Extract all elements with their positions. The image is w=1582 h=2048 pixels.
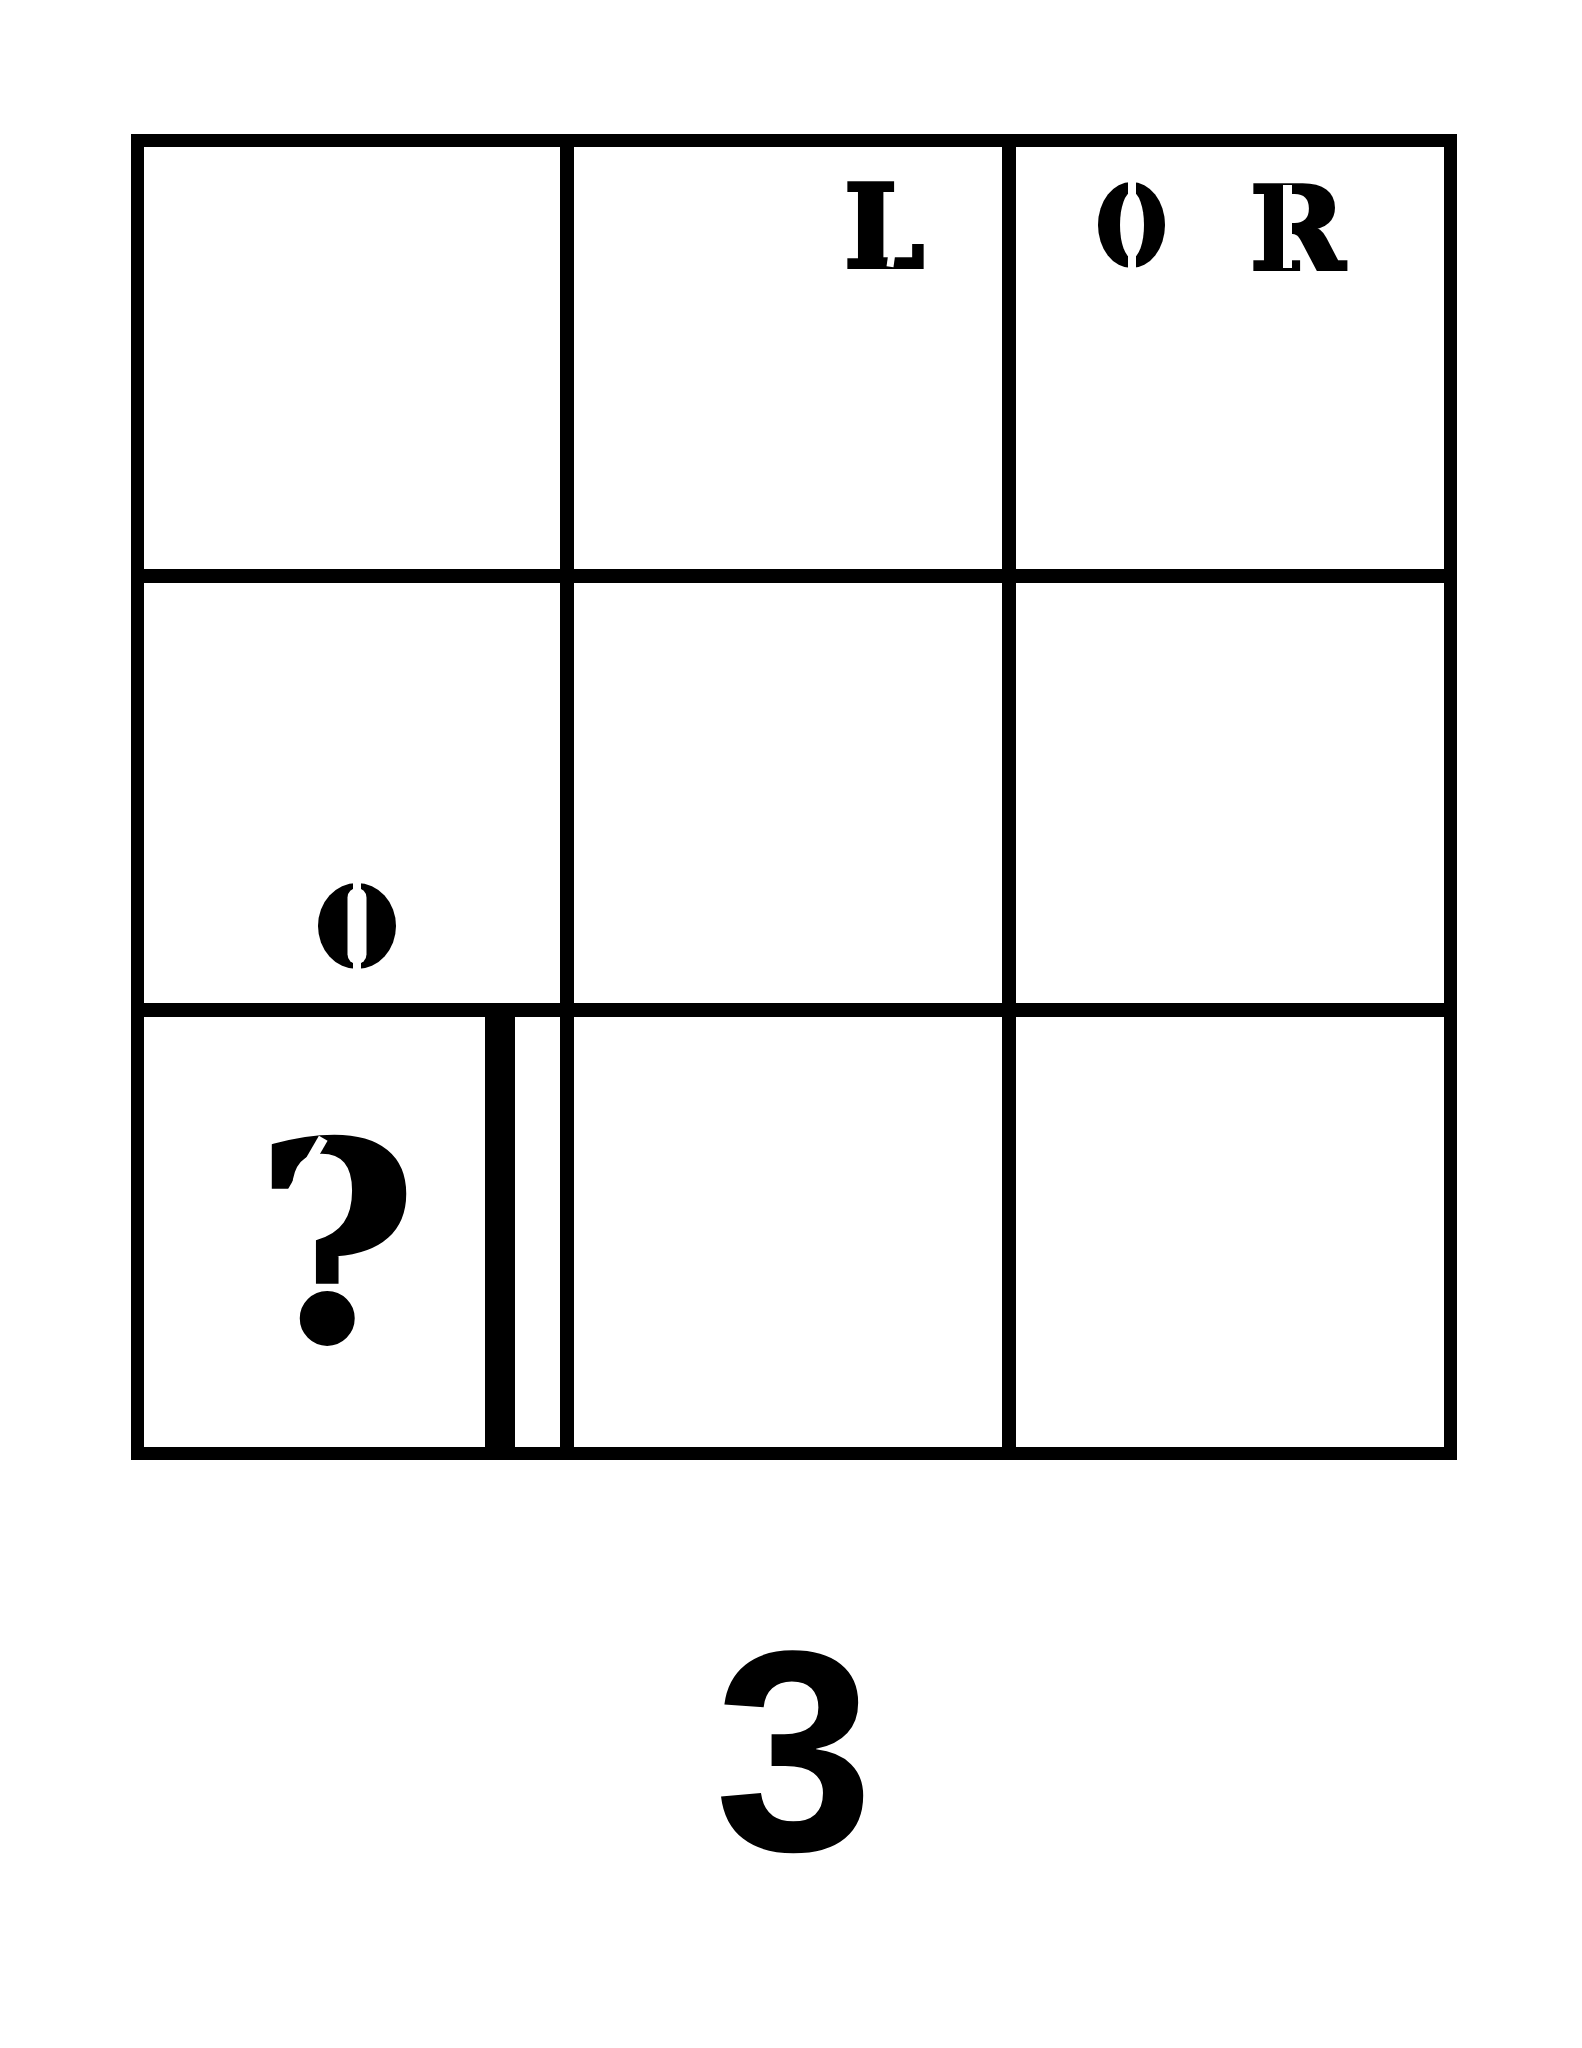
answer-caption: 3 [714,1608,874,1894]
letter-o-text: O [318,883,326,893]
cell-r3c2 [574,1017,1002,1447]
cell-r3c3 [1016,1017,1444,1447]
thick-wall-bar [485,1017,515,1447]
cell-r2c1: O [144,583,560,1003]
cell-r2c3 [1016,583,1444,1003]
cell-r1c2: L [574,147,1002,569]
o-slit [353,883,361,969]
puzzle-page: L O R O ? [0,0,1582,2048]
puzzle-board: L O R O ? [131,134,1457,1460]
cell-r2c2 [574,583,1002,1003]
stencil-letter-R: R [1250,172,1345,286]
stencil-question-mark: ? [256,1107,417,1381]
letter-o-text: O [1098,182,1106,192]
stencil-slit [1283,185,1292,268]
o-slit [1128,182,1136,268]
cell-r3c1: ? [144,1017,560,1447]
stencil-letter-L: L [844,170,924,284]
cell-r1c1 [144,147,560,569]
stencil-letter-O: O [1098,182,1165,268]
cell-r1c3: O R [1016,147,1444,569]
stencil-letter-O: O [318,883,396,969]
